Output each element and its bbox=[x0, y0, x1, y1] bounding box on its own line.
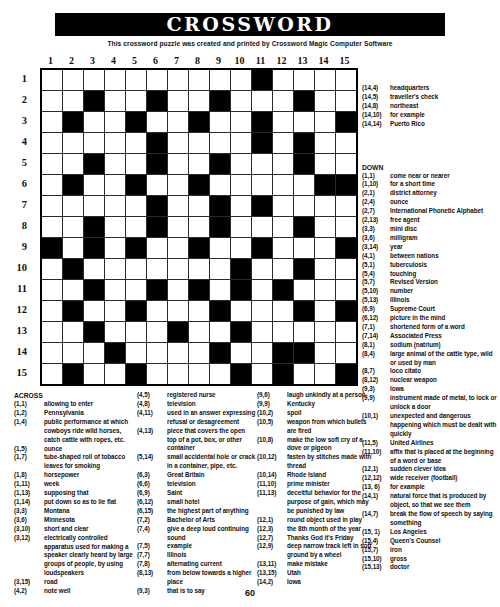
grid-cell-r1-c8[interactable] bbox=[189, 70, 209, 90]
clue-number: (14,2) bbox=[257, 578, 287, 587]
grid-cell-r3-c5 bbox=[126, 112, 146, 132]
grid-cell-r12-c4[interactable] bbox=[105, 301, 125, 321]
crossword-page: CROSSWORD This crossword puzzle was crea… bbox=[0, 0, 500, 607]
clue-number: (14,7) bbox=[362, 510, 390, 528]
grid-cell-r1-c13[interactable] bbox=[294, 70, 314, 90]
grid-cell-r5-c7[interactable] bbox=[168, 154, 188, 174]
grid-cell-r15-c1[interactable] bbox=[42, 364, 62, 384]
clue-number: (4,13) bbox=[137, 427, 167, 454]
grid-cell-r7-c10[interactable] bbox=[231, 196, 251, 216]
grid-cell-r4-c9[interactable] bbox=[210, 133, 230, 153]
grid-cell-r1-c9[interactable] bbox=[210, 70, 230, 90]
grid-cell-r6-c2 bbox=[63, 175, 83, 195]
grid-cell-r5-c11[interactable] bbox=[252, 154, 272, 174]
grid-cell-r1-c5[interactable] bbox=[126, 70, 146, 90]
right-clues-column: (14,4)headquarters(14,5)traveller's chec… bbox=[362, 84, 497, 572]
across-clue: (14,4)headquarters bbox=[362, 84, 497, 93]
grid-cell-r4-c2[interactable] bbox=[63, 133, 83, 153]
clue-text: short and clear bbox=[44, 525, 135, 534]
grid-cell-r7-c8[interactable] bbox=[189, 196, 209, 216]
grid-cell-r13-c9[interactable] bbox=[210, 322, 230, 342]
grid-cell-r12-c6[interactable] bbox=[147, 301, 167, 321]
grid-cell-r11-c11[interactable] bbox=[252, 280, 272, 300]
clue-text: fasten by stitches made with thread bbox=[287, 453, 374, 471]
clue-text: prime minister bbox=[287, 480, 374, 489]
across-clues-overflow: (14,4)headquarters(14,5)traveller's chec… bbox=[362, 84, 497, 129]
grid-cell-r13-c3 bbox=[84, 322, 104, 342]
grid-cell-r8-c11[interactable] bbox=[252, 217, 272, 237]
clue-text: affix that is placed at the beginning of… bbox=[390, 448, 497, 466]
grid-cell-r12-c10[interactable] bbox=[231, 301, 251, 321]
clue-number: (1,1) bbox=[362, 172, 390, 181]
grid-cell-r10-c6[interactable] bbox=[147, 259, 167, 279]
grid-cell-r14-c13 bbox=[294, 343, 314, 363]
grid-cell-r9-c2[interactable] bbox=[63, 238, 83, 258]
clue-text: television bbox=[167, 480, 256, 489]
clue-text: alternating current bbox=[167, 560, 256, 569]
grid-cell-r1-c14[interactable] bbox=[315, 70, 335, 90]
across-clue: (7,7)Illinois bbox=[137, 551, 256, 560]
clue-number: (3,3) bbox=[362, 225, 390, 234]
grid-cell-r6-c8 bbox=[189, 175, 209, 195]
clue-text: nuclear weapon bbox=[390, 376, 497, 385]
grid-cell-r4-c8[interactable] bbox=[189, 133, 209, 153]
grid-cell-r3-c3[interactable] bbox=[84, 112, 104, 132]
clue-number: (6,3) bbox=[137, 471, 167, 480]
grid-cell-r12-c1[interactable] bbox=[42, 301, 62, 321]
grid-cell-r13-c13[interactable] bbox=[294, 322, 314, 342]
grid-cell-r6-c9[interactable] bbox=[210, 175, 230, 195]
grid-cell-r4-c3[interactable] bbox=[84, 133, 104, 153]
down-clue: (8,7)loco citato bbox=[362, 367, 497, 376]
grid-cell-r2-c15[interactable] bbox=[336, 91, 356, 111]
across-clue: (14,8)northeast bbox=[362, 102, 497, 111]
down-clue: (9,3)Iowa bbox=[362, 385, 497, 394]
grid-cell-r8-c8[interactable] bbox=[189, 217, 209, 237]
grid-cell-r9-c7[interactable] bbox=[168, 238, 188, 258]
grid-cell-r13-c6[interactable] bbox=[147, 322, 167, 342]
grid-cell-r10-c11[interactable] bbox=[252, 259, 272, 279]
grid-cell-r7-c9 bbox=[210, 196, 230, 216]
grid-cell-r4-c14[interactable] bbox=[315, 133, 335, 153]
grid-cell-r6-c4[interactable] bbox=[105, 175, 125, 195]
clue-number: (3,12) bbox=[14, 534, 44, 579]
grid-cell-r1-c10[interactable] bbox=[231, 70, 251, 90]
clue-number: (3,15) bbox=[14, 578, 44, 587]
across-clue: (7,8)alternating current bbox=[137, 560, 256, 569]
grid-cell-r12-c12[interactable] bbox=[273, 301, 293, 321]
grid-cell-r6-c13[interactable] bbox=[294, 175, 314, 195]
grid-cell-r14-c8[interactable] bbox=[189, 343, 209, 363]
col-number-9: 9 bbox=[208, 55, 229, 66]
clue-text: Queen's Counsel bbox=[390, 537, 497, 546]
clue-number: (8,7) bbox=[362, 367, 390, 376]
grid-cell-r5-c2[interactable] bbox=[63, 154, 83, 174]
grid-cell-r12-c8[interactable] bbox=[189, 301, 209, 321]
grid-cell-r14-c6[interactable] bbox=[147, 343, 167, 363]
clue-text: Saint bbox=[167, 489, 256, 498]
grid-cell-r9-c6[interactable] bbox=[147, 238, 167, 258]
grid-cell-r10-c13 bbox=[294, 259, 314, 279]
across-clue: (3,12)electrically controlled apparatus … bbox=[14, 534, 135, 579]
across-clue: (1,11)week bbox=[14, 480, 135, 489]
grid-cell-r9-c12[interactable] bbox=[273, 238, 293, 258]
grid-cell-r13-c2[interactable] bbox=[63, 322, 83, 342]
clue-text: put down so as to lie flat bbox=[44, 498, 135, 507]
clue-text: example bbox=[167, 542, 256, 551]
across-clue: (6,12)small hotel bbox=[137, 498, 256, 507]
clue-text: picture in the mind bbox=[390, 314, 497, 323]
grid-cell-r2-c13 bbox=[294, 91, 314, 111]
clue-text: Iowa bbox=[390, 385, 497, 394]
clue-text: International Phonetic Alphabet bbox=[390, 207, 497, 216]
clue-number: (1,7) bbox=[14, 453, 44, 471]
grid-cell-r11-c15[interactable] bbox=[336, 280, 356, 300]
across-clues-column-2: (4,5)registered nurse(4,8)television(4,1… bbox=[137, 391, 256, 596]
down-clue: (15,13)doctor bbox=[362, 563, 497, 572]
grid-cell-r10-c2 bbox=[63, 259, 83, 279]
grid-cell-r7-c14[interactable] bbox=[315, 196, 335, 216]
grid-cell-r10-c4[interactable] bbox=[105, 259, 125, 279]
across-clue: (12,9)deep narrow track left in soft gro… bbox=[257, 542, 374, 560]
grid-cell-r3-c9[interactable] bbox=[210, 112, 230, 132]
grid-cell-r2-c6 bbox=[147, 91, 167, 111]
grid-cell-r5-c14[interactable] bbox=[315, 154, 335, 174]
grid-cell-r2-c10[interactable] bbox=[231, 91, 251, 111]
grid-cell-r5-c15[interactable] bbox=[336, 154, 356, 174]
grid-cell-r10-c7[interactable] bbox=[168, 259, 188, 279]
grid-cell-r3-c1[interactable] bbox=[42, 112, 62, 132]
grid-cell-r14-c11[interactable] bbox=[252, 343, 272, 363]
grid-cell-r2-c14[interactable] bbox=[315, 91, 335, 111]
grid-cell-r6-c11[interactable] bbox=[252, 175, 272, 195]
grid-cell-r13-c1[interactable] bbox=[42, 322, 62, 342]
grid-cell-r1-c3[interactable] bbox=[84, 70, 104, 90]
grid-cell-r2-c4[interactable] bbox=[105, 91, 125, 111]
row-number-4: 4 bbox=[0, 131, 33, 152]
clue-text: mini disc bbox=[390, 225, 497, 234]
puzzle-title: CROSSWORD bbox=[166, 15, 333, 34]
clue-text: tube-shaped roll of tobacco leaves for s… bbox=[44, 453, 135, 471]
grid-cell-r3-c12[interactable] bbox=[273, 112, 293, 132]
grid-cell-r10-c5[interactable] bbox=[126, 259, 146, 279]
grid-cell-r13-c11[interactable] bbox=[252, 322, 272, 342]
grid-cell-r7-c6 bbox=[147, 196, 167, 216]
grid-cell-r4-c7[interactable] bbox=[168, 133, 188, 153]
grid-cell-r9-c9[interactable] bbox=[210, 238, 230, 258]
across-clue: (7,4)give a deep loud continuing sound bbox=[137, 525, 256, 543]
clue-text: small hotel bbox=[167, 498, 256, 507]
clue-text: Thanks God it's Friday bbox=[287, 534, 374, 543]
clue-number: (14,8) bbox=[362, 102, 390, 111]
grid-cell-r7-c2[interactable] bbox=[63, 196, 83, 216]
grid-cell-r15-c4[interactable] bbox=[105, 364, 125, 384]
clue-text: for example bbox=[390, 111, 497, 120]
clue-number: (1,10) bbox=[362, 180, 390, 189]
clue-number: (1,8) bbox=[14, 471, 44, 480]
clue-number: (5,10) bbox=[362, 287, 390, 296]
grid-cell-r15-c9[interactable] bbox=[210, 364, 230, 384]
row-number-12: 12 bbox=[0, 299, 33, 320]
grid-cell-r3-c10[interactable] bbox=[231, 112, 251, 132]
grid-cell-r2-c1[interactable] bbox=[42, 91, 62, 111]
grid-cell-r13-c4[interactable] bbox=[105, 322, 125, 342]
grid-cell-r15-c10 bbox=[231, 364, 251, 384]
row-number-15: 15 bbox=[0, 362, 33, 383]
grid-cell-r14-c9 bbox=[210, 343, 230, 363]
clue-text: piece that covers the open top of a pot,… bbox=[167, 427, 256, 454]
across-clue: (7,5)example bbox=[137, 542, 256, 551]
across-clue: (3,15)road bbox=[14, 578, 135, 587]
grid-cell-r14-c4 bbox=[105, 343, 125, 363]
grid-cell-r7-c13[interactable] bbox=[294, 196, 314, 216]
grid-cell-r14-c2[interactable] bbox=[63, 343, 83, 363]
grid-cell-r1-c12[interactable] bbox=[273, 70, 293, 90]
grid-cell-r8-c10[interactable] bbox=[231, 217, 251, 237]
grid-cell-r3-c6[interactable] bbox=[147, 112, 167, 132]
grid-cell-r10-c14[interactable] bbox=[315, 259, 335, 279]
grid-cell-r15-c6[interactable] bbox=[147, 364, 167, 384]
clue-number: (12,12) bbox=[362, 474, 390, 483]
across-clue: (6,9)Saint bbox=[137, 489, 256, 498]
grid-cell-r6-c3[interactable] bbox=[84, 175, 104, 195]
clue-text: road bbox=[44, 578, 135, 587]
across-clue: (14,5)traveller's check bbox=[362, 93, 497, 102]
clue-number: (3,3) bbox=[14, 507, 44, 516]
grid-cell-r13-c12[interactable] bbox=[273, 322, 293, 342]
grid-cell-r9-c14[interactable] bbox=[315, 238, 335, 258]
across-clue: (10,8)make the low soft cry of a dove or… bbox=[257, 436, 374, 454]
grid-cell-r15-c13[interactable] bbox=[294, 364, 314, 384]
across-clue: (4,13)piece that covers the open top of … bbox=[137, 427, 256, 454]
clue-text: allowing to enter bbox=[44, 400, 135, 409]
grid-cell-r11-c5[interactable] bbox=[126, 280, 146, 300]
grid-cell-r2-c5[interactable] bbox=[126, 91, 146, 111]
clue-number: (8,4) bbox=[362, 350, 390, 368]
grid-cell-r12-c5 bbox=[126, 301, 146, 321]
grid-cell-r8-c15[interactable] bbox=[336, 217, 356, 237]
clue-text: headquarters bbox=[390, 84, 497, 93]
clue-number: (4,8) bbox=[137, 400, 167, 409]
grid-cell-r11-c7[interactable] bbox=[168, 280, 188, 300]
clue-number: (10,14) bbox=[257, 471, 287, 480]
grid-cell-r13-c15[interactable] bbox=[336, 322, 356, 342]
clue-text: ounce bbox=[44, 445, 135, 454]
grid-cell-r2-c7[interactable] bbox=[168, 91, 188, 111]
grid-cell-r7-c4[interactable] bbox=[105, 196, 125, 216]
grid-cell-r1-c4[interactable] bbox=[105, 70, 125, 90]
grid-cell-r11-c9[interactable] bbox=[210, 280, 230, 300]
across-clue: (4,11)used in an answer expressing refus… bbox=[137, 409, 256, 427]
grid-cell-r13-c10 bbox=[231, 322, 251, 342]
grid-cell-r11-c1[interactable] bbox=[42, 280, 62, 300]
clue-text: northeast bbox=[390, 102, 497, 111]
clue-text: Los Angeles bbox=[390, 528, 497, 537]
grid-cell-r10-c12[interactable] bbox=[273, 259, 293, 279]
grid-cell-r11-c14[interactable] bbox=[315, 280, 335, 300]
grid-cell-r2-c12[interactable] bbox=[273, 91, 293, 111]
grid-cell-r9-c10[interactable] bbox=[231, 238, 251, 258]
grid-cell-r1-c15[interactable] bbox=[336, 70, 356, 90]
grid-cell-r7-c15[interactable] bbox=[336, 196, 356, 216]
grid-cell-r14-c3[interactable] bbox=[84, 343, 104, 363]
grid-cell-r11-c13[interactable] bbox=[294, 280, 314, 300]
down-clue: (2,1)district attorney bbox=[362, 189, 497, 198]
grid-cell-r4-c5[interactable] bbox=[126, 133, 146, 153]
grid-cell-r7-c12[interactable] bbox=[273, 196, 293, 216]
grid-cell-r12-c3[interactable] bbox=[84, 301, 104, 321]
col-number-11: 11 bbox=[250, 55, 271, 66]
grid-cell-r6-c15 bbox=[336, 175, 356, 195]
grid-cell-r8-c2[interactable] bbox=[63, 217, 83, 237]
grid-cell-r14-c7[interactable] bbox=[168, 343, 188, 363]
grid-cell-r8-c5[interactable] bbox=[126, 217, 146, 237]
grid-cell-r13-c5[interactable] bbox=[126, 322, 146, 342]
grid-cell-r11-c4[interactable] bbox=[105, 280, 125, 300]
col-number-14: 14 bbox=[313, 55, 334, 66]
grid-cell-r9-c15 bbox=[336, 238, 356, 258]
grid-cell-r10-c15[interactable] bbox=[336, 259, 356, 279]
clue-number: (6,12) bbox=[362, 314, 390, 323]
grid-cell-r10-c8[interactable] bbox=[189, 259, 209, 279]
grid-cell-r12-c14[interactable] bbox=[315, 301, 335, 321]
clue-number: (7,4) bbox=[137, 525, 167, 543]
grid-cell-r7-c1[interactable] bbox=[42, 196, 62, 216]
clue-text: Supreme Court bbox=[390, 305, 497, 314]
across-clue: (1,8)horsepower bbox=[14, 471, 135, 480]
across-clue: (1,14)put down so as to lie flat bbox=[14, 498, 135, 507]
grid-cell-r6-c1[interactable] bbox=[42, 175, 62, 195]
grid-cell-r1-c2[interactable] bbox=[63, 70, 83, 90]
grid-cell-r4-c4[interactable] bbox=[105, 133, 125, 153]
grid-cell-r10-c3[interactable] bbox=[84, 259, 104, 279]
grid-cell-r2-c11[interactable] bbox=[252, 91, 272, 111]
grid-cell-r4-c1[interactable] bbox=[42, 133, 62, 153]
down-clue: (3,6)milligram bbox=[362, 234, 497, 243]
clue-text: iron bbox=[390, 546, 497, 555]
title-bar: CROSSWORD bbox=[55, 13, 445, 36]
grid-cell-r6-c6[interactable] bbox=[147, 175, 167, 195]
clue-text: laugh unkindly at a person bbox=[287, 391, 374, 400]
grid-cell-r13-c8[interactable] bbox=[189, 322, 209, 342]
grid-cell-r3-c7[interactable] bbox=[168, 112, 188, 132]
grid-cell-r6-c12[interactable] bbox=[273, 175, 293, 195]
grid-cell-r8-c7[interactable] bbox=[168, 217, 188, 237]
grid-cell-r3-c2 bbox=[63, 112, 83, 132]
clue-text: milligram bbox=[390, 234, 497, 243]
down-clue: (11,10)affix that is placed at the begin… bbox=[362, 448, 497, 466]
grid-cell-r5-c5[interactable] bbox=[126, 154, 146, 174]
down-clue: (5,4)touching bbox=[362, 270, 497, 279]
grid-cell-r2-c2[interactable] bbox=[63, 91, 83, 111]
row-number-5: 5 bbox=[0, 152, 33, 173]
clue-number: (10,2) bbox=[257, 409, 287, 418]
grid-cell-r15-c11[interactable] bbox=[252, 364, 272, 384]
grid-cell-r14-c14[interactable] bbox=[315, 343, 335, 363]
grid-cell-r15-c14[interactable] bbox=[315, 364, 335, 384]
grid-cell-r4-c12[interactable] bbox=[273, 133, 293, 153]
down-clue: (15,7)iron bbox=[362, 546, 497, 555]
down-clue: (8,12)nuclear weapon bbox=[362, 376, 497, 385]
grid-cell-r14-c15[interactable] bbox=[336, 343, 356, 363]
col-number-4: 4 bbox=[103, 55, 124, 66]
across-clue: (1,7)tube-shaped roll of tobacco leaves … bbox=[14, 453, 135, 471]
grid-cell-r15-c8[interactable] bbox=[189, 364, 209, 384]
grid-cell-r15-c3[interactable] bbox=[84, 364, 104, 384]
grid-cell-r4-c6 bbox=[147, 133, 167, 153]
grid-cell-r2-c8[interactable] bbox=[189, 91, 209, 111]
grid-cell-r5-c4[interactable] bbox=[105, 154, 125, 174]
grid-cell-r12-c7[interactable] bbox=[168, 301, 188, 321]
grid-cell-r14-c10[interactable] bbox=[231, 343, 251, 363]
grid-cell-r1-c7[interactable] bbox=[168, 70, 188, 90]
clue-text: make the low soft cry of a dove or pigeo… bbox=[287, 436, 374, 454]
col-number-3: 3 bbox=[82, 55, 103, 66]
grid-cell-r7-c3[interactable] bbox=[84, 196, 104, 216]
clue-number: (3,10) bbox=[14, 525, 44, 534]
grid-cell-r11-c2[interactable] bbox=[63, 280, 83, 300]
grid-cell-r6-c10[interactable] bbox=[231, 175, 251, 195]
grid-cell-r13-c14[interactable] bbox=[315, 322, 335, 342]
grid-cell-r9-c13[interactable] bbox=[294, 238, 314, 258]
grid-cell-r10-c9[interactable] bbox=[210, 259, 230, 279]
grid-cell-r5-c8[interactable] bbox=[189, 154, 209, 174]
grid-cell-r12-c11[interactable] bbox=[252, 301, 272, 321]
grid-cell-r6-c7[interactable] bbox=[168, 175, 188, 195]
grid-cell-r1-c6[interactable] bbox=[147, 70, 167, 90]
across-clue: (11,13)deceitful behavior for the purpos… bbox=[257, 489, 374, 516]
clue-text: weapon from which bullets are fired bbox=[287, 418, 374, 436]
across-clue: (11,10)prime minister bbox=[257, 480, 374, 489]
clue-number: (5,7) bbox=[362, 278, 390, 287]
grid-cell-r9-c4[interactable] bbox=[105, 238, 125, 258]
clue-text: the 8th month of the year bbox=[287, 525, 374, 534]
grid-cell-r7-c5[interactable] bbox=[126, 196, 146, 216]
grid-cell-r8-c13 bbox=[294, 217, 314, 237]
clue-number: (5,14) bbox=[137, 453, 167, 471]
grid-cell-r1-c1[interactable] bbox=[42, 70, 62, 90]
clue-text: ounce bbox=[390, 198, 497, 207]
grid-cell-r3-c14[interactable] bbox=[315, 112, 335, 132]
row-number-14: 14 bbox=[0, 341, 33, 362]
across-clue: (10,12)fasten by stitches made with thre… bbox=[257, 453, 374, 471]
row-number-11: 11 bbox=[0, 278, 33, 299]
grid-cell-r4-c10[interactable] bbox=[231, 133, 251, 153]
across-clue: (6,15)the highest part of anything bbox=[137, 507, 256, 516]
clue-text: district attorney bbox=[390, 189, 497, 198]
clue-text: supposing that bbox=[44, 489, 135, 498]
grid-cell-r10-c1[interactable] bbox=[42, 259, 62, 279]
grid-cell-r5-c1[interactable] bbox=[42, 154, 62, 174]
clue-text: come near or nearer bbox=[390, 172, 497, 181]
grid-cell-r7-c7[interactable] bbox=[168, 196, 188, 216]
grid-cell-r8-c4[interactable] bbox=[105, 217, 125, 237]
grid-cell-r8-c12[interactable] bbox=[273, 217, 293, 237]
grid-cell-r14-c5[interactable] bbox=[126, 343, 146, 363]
grid-cell-r4-c15[interactable] bbox=[336, 133, 356, 153]
grid-cell-r3-c13[interactable] bbox=[294, 112, 314, 132]
clue-text: free agent bbox=[390, 216, 497, 225]
grid-cell-r3-c4[interactable] bbox=[105, 112, 125, 132]
grid-cell-r8-c14[interactable] bbox=[315, 217, 335, 237]
grid-cell-r5-c10[interactable] bbox=[231, 154, 251, 174]
grid-cell-r15-c7[interactable] bbox=[168, 364, 188, 384]
grid-cell-r7-c11 bbox=[252, 196, 272, 216]
grid-cell-r14-c1[interactable] bbox=[42, 343, 62, 363]
down-clue: (1,1)come near or nearer bbox=[362, 172, 497, 181]
grid-cell-r8-c1[interactable] bbox=[42, 217, 62, 237]
grid-cell-r5-c12[interactable] bbox=[273, 154, 293, 174]
